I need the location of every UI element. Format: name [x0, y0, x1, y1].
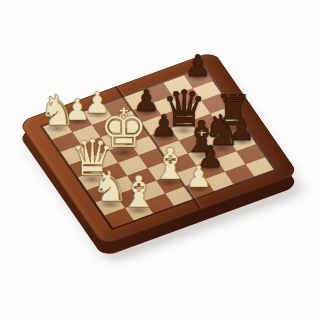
- chess-set-photo: ♞♟♟♚♛♞♝♝♟♟♟♛♟♜♝♞♟♟: [0, 0, 320, 320]
- pawn-glyph: ♟: [184, 51, 211, 81]
- pawn-glyph: ♟: [151, 111, 178, 141]
- knight-glyph: ♞: [39, 90, 77, 132]
- pieces-layer: ♞♟♟♚♛♞♝♝♟♟♟♛♟♜♝♞♟♟: [0, 0, 320, 320]
- pawn-glyph: ♟: [186, 162, 213, 192]
- bishop-glyph: ♝: [119, 170, 158, 214]
